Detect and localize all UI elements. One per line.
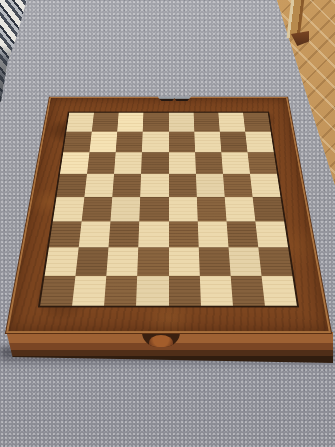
square-b3 [79,221,111,247]
square-d3 [139,221,169,247]
square-c2 [107,248,139,276]
latch-knob [149,335,173,347]
square-g6 [221,152,250,174]
square-e8 [169,113,195,132]
square-e1 [169,276,201,306]
board-grid [40,113,297,306]
square-a4 [53,197,85,222]
square-f5 [196,174,225,197]
square-a3 [49,221,82,247]
square-a1 [40,276,75,306]
square-c8 [117,113,143,132]
square-f1 [199,276,232,306]
square-h2 [258,248,292,276]
handle-notch [142,332,180,347]
square-e4 [169,197,198,222]
square-h4 [252,197,284,222]
square-a2 [45,248,79,276]
square-a5 [57,174,88,197]
square-g1 [230,276,264,306]
square-g4 [224,197,255,222]
square-g3 [226,221,258,247]
square-h1 [261,276,296,306]
square-c1 [104,276,137,306]
square-b5 [85,174,115,197]
square-g5 [223,174,253,197]
square-d8 [143,113,169,132]
square-d1 [136,276,168,306]
square-d7 [142,132,168,152]
scene [0,0,335,447]
square-c4 [111,197,141,222]
square-e3 [169,221,199,247]
square-f3 [197,221,228,247]
square-d6 [141,152,168,174]
square-a8 [66,113,94,132]
square-c7 [116,132,143,152]
square-g2 [228,248,261,276]
square-c5 [113,174,142,197]
square-e5 [169,174,197,197]
playing-area-border [38,112,299,308]
square-f8 [193,113,219,132]
square-g8 [218,113,245,132]
square-d2 [138,248,169,276]
square-b1 [72,276,106,306]
square-g7 [220,132,248,152]
square-e2 [169,248,200,276]
square-a6 [60,152,90,174]
square-e7 [169,132,195,152]
square-c3 [109,221,140,247]
square-h6 [247,152,277,174]
square-d5 [141,174,169,197]
square-e6 [169,152,196,174]
square-h3 [255,221,288,247]
square-b6 [87,152,116,174]
square-d4 [140,197,169,222]
square-f4 [196,197,226,222]
square-b2 [76,248,109,276]
square-a7 [63,132,92,152]
square-f2 [198,248,230,276]
square-f6 [195,152,223,174]
square-h7 [245,132,274,152]
square-b8 [92,113,119,132]
square-b7 [90,132,118,152]
square-c6 [114,152,142,174]
square-h5 [250,174,281,197]
square-h8 [243,113,271,132]
chess-board [6,97,331,333]
square-f7 [194,132,221,152]
board-frame [6,97,331,333]
square-b4 [82,197,113,222]
